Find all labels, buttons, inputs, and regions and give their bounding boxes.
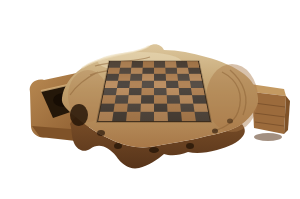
square-f5[interactable] bbox=[166, 81, 179, 88]
chess-board bbox=[97, 61, 211, 122]
square-d4[interactable] bbox=[141, 88, 154, 96]
square-c6[interactable] bbox=[130, 74, 142, 81]
square-h5[interactable] bbox=[190, 81, 203, 88]
square-h4[interactable] bbox=[191, 88, 205, 96]
square-f3[interactable] bbox=[167, 95, 180, 103]
photo-canvas bbox=[0, 0, 300, 199]
square-d2[interactable] bbox=[140, 103, 154, 112]
wood-knot bbox=[70, 104, 88, 126]
square-d3[interactable] bbox=[141, 95, 154, 103]
right-drawer-shadow bbox=[254, 133, 282, 141]
wood-knot bbox=[227, 119, 233, 124]
square-g2[interactable] bbox=[180, 103, 194, 112]
square-h3[interactable] bbox=[192, 95, 206, 103]
square-c5[interactable] bbox=[129, 81, 142, 88]
square-g4[interactable] bbox=[179, 88, 192, 96]
square-d1[interactable] bbox=[140, 112, 154, 121]
square-h2[interactable] bbox=[193, 103, 208, 112]
wood-knot bbox=[97, 130, 105, 136]
wood-knot bbox=[114, 143, 122, 149]
square-c4[interactable] bbox=[129, 88, 142, 96]
square-b2[interactable] bbox=[113, 103, 127, 112]
square-e6[interactable] bbox=[154, 74, 166, 81]
square-d6[interactable] bbox=[142, 74, 154, 81]
square-e4[interactable] bbox=[154, 88, 167, 96]
square-f6[interactable] bbox=[166, 74, 178, 81]
square-f2[interactable] bbox=[167, 103, 181, 112]
square-a2[interactable] bbox=[100, 103, 115, 112]
square-c1[interactable] bbox=[126, 112, 140, 121]
square-g6[interactable] bbox=[177, 74, 190, 81]
square-c3[interactable] bbox=[128, 95, 141, 103]
square-c2[interactable] bbox=[127, 103, 141, 112]
square-h6[interactable] bbox=[189, 74, 202, 81]
square-e5[interactable] bbox=[154, 81, 166, 88]
square-h1[interactable] bbox=[195, 112, 210, 121]
square-b3[interactable] bbox=[115, 95, 129, 103]
square-a1[interactable] bbox=[98, 112, 113, 121]
square-f1[interactable] bbox=[168, 112, 182, 121]
square-g3[interactable] bbox=[179, 95, 193, 103]
wood-knot bbox=[212, 129, 218, 134]
square-b5[interactable] bbox=[117, 81, 130, 88]
square-e2[interactable] bbox=[154, 103, 168, 112]
square-b1[interactable] bbox=[112, 112, 127, 121]
square-b4[interactable] bbox=[116, 88, 129, 96]
square-f4[interactable] bbox=[166, 88, 179, 96]
square-d5[interactable] bbox=[142, 81, 154, 88]
square-g5[interactable] bbox=[178, 81, 191, 88]
wood-knot bbox=[186, 143, 194, 149]
square-e1[interactable] bbox=[154, 112, 168, 121]
square-g1[interactable] bbox=[181, 112, 196, 121]
square-e3[interactable] bbox=[154, 95, 167, 103]
square-b6[interactable] bbox=[118, 74, 131, 81]
wood-knot bbox=[149, 147, 159, 153]
